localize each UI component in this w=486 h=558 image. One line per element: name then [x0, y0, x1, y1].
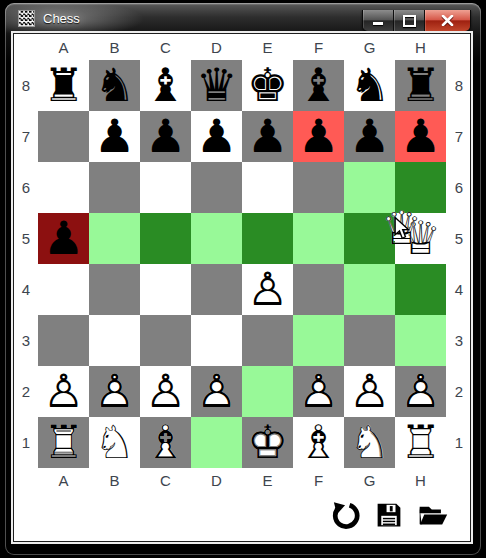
black-pawn: ♟ — [395, 111, 446, 162]
square-d1[interactable] — [191, 417, 242, 468]
file-label-B: B — [89, 34, 140, 60]
save-icon — [376, 502, 402, 528]
square-g4[interactable] — [344, 264, 395, 315]
file-label-A: A — [38, 468, 89, 492]
chessboard-icon — [18, 10, 35, 27]
rank-label-5: 5 — [14, 213, 38, 264]
black-pawn: ♟ — [38, 213, 89, 264]
square-g2[interactable]: ♟♙ — [344, 366, 395, 417]
black-pawn: ♟ — [89, 111, 140, 162]
square-a1[interactable]: ♜♖ — [38, 417, 89, 468]
app-content: ABCDEFGH 87654321 ♜♞♝♛♚♝♞♜♟♟♟♟♟♟♟♟♛♕♟♙♟♙… — [13, 33, 471, 542]
black-pawn: ♟ — [191, 111, 242, 162]
square-f4[interactable] — [293, 264, 344, 315]
undo-icon — [331, 501, 360, 530]
rank-label-1: 1 — [14, 417, 38, 468]
maximize-icon — [403, 15, 416, 27]
black-bishop: ♝ — [140, 60, 191, 111]
square-a2[interactable]: ♟♙ — [38, 366, 89, 417]
minimize-button[interactable] — [363, 10, 394, 31]
white-pawn: ♟♙ — [242, 264, 293, 315]
black-pawn: ♟ — [293, 111, 344, 162]
square-d3[interactable] — [191, 315, 242, 366]
title-bar[interactable]: Chess — [5, 3, 481, 33]
rank-label-6: 6 — [14, 162, 38, 213]
file-label-H: H — [395, 34, 446, 60]
rank-label-8: 8 — [14, 60, 38, 111]
file-label-C: C — [140, 468, 191, 492]
square-e4[interactable]: ♟♙ — [242, 264, 293, 315]
square-g8[interactable]: ♞ — [344, 60, 395, 111]
open-button[interactable] — [418, 501, 448, 529]
file-label-D: D — [191, 34, 242, 60]
mouse-cursor-icon — [394, 217, 410, 241]
rank-label-3: 3 — [14, 315, 38, 366]
square-a8[interactable]: ♜ — [38, 60, 89, 111]
white-pawn: ♟♙ — [140, 366, 191, 417]
square-f7[interactable]: ♟ — [293, 111, 344, 162]
rank-label-6: 6 — [446, 162, 472, 213]
toolbar — [14, 492, 470, 529]
white-pawn: ♟♙ — [293, 366, 344, 417]
square-h2[interactable]: ♟♙ — [395, 366, 446, 417]
close-button[interactable] — [425, 10, 470, 31]
black-rook: ♜ — [395, 60, 446, 111]
white-knight: ♞♘ — [89, 417, 140, 468]
square-d5[interactable] — [191, 213, 242, 264]
close-icon — [441, 15, 454, 26]
rank-label-7: 7 — [446, 111, 472, 162]
white-bishop: ♝♗ — [140, 417, 191, 468]
square-f2[interactable]: ♟♙ — [293, 366, 344, 417]
undo-button[interactable] — [330, 501, 360, 529]
square-d6[interactable] — [191, 162, 242, 213]
square-g1[interactable]: ♞♘ — [344, 417, 395, 468]
file-label-F: F — [293, 34, 344, 60]
square-h8[interactable]: ♜ — [395, 60, 446, 111]
square-e8[interactable]: ♚ — [242, 60, 293, 111]
minimize-icon — [373, 22, 383, 25]
square-b6[interactable] — [89, 162, 140, 213]
file-label-C: C — [140, 34, 191, 60]
rank-label-8: 8 — [446, 60, 472, 111]
file-label-H: H — [395, 468, 446, 492]
square-f1[interactable]: ♝♗ — [293, 417, 344, 468]
square-g7[interactable]: ♟ — [344, 111, 395, 162]
square-b3[interactable] — [89, 315, 140, 366]
square-d2[interactable]: ♟♙ — [191, 366, 242, 417]
black-pawn: ♟ — [242, 111, 293, 162]
rank-label-1: 1 — [446, 417, 472, 468]
rank-labels-left: 87654321 — [14, 60, 38, 468]
caption-button-group — [362, 10, 471, 32]
rank-labels-right: 87654321 — [446, 60, 472, 468]
square-f5[interactable] — [293, 213, 344, 264]
square-b1[interactable]: ♞♘ — [89, 417, 140, 468]
square-e7[interactable]: ♟ — [242, 111, 293, 162]
rank-label-4: 4 — [14, 264, 38, 315]
square-a5[interactable]: ♟ — [38, 213, 89, 264]
black-knight: ♞ — [344, 60, 395, 111]
window-title: Chess — [43, 11, 80, 26]
square-c2[interactable]: ♟♙ — [140, 366, 191, 417]
file-label-G: G — [344, 34, 395, 60]
white-pawn: ♟♙ — [395, 366, 446, 417]
file-label-B: B — [89, 468, 140, 492]
square-f3[interactable] — [293, 315, 344, 366]
file-label-D: D — [191, 468, 242, 492]
open-folder-icon — [418, 502, 448, 528]
square-c5[interactable] — [140, 213, 191, 264]
black-pawn: ♟ — [140, 111, 191, 162]
square-e2[interactable] — [242, 366, 293, 417]
square-b4[interactable] — [89, 264, 140, 315]
black-rook: ♜ — [38, 60, 89, 111]
square-d8[interactable]: ♛ — [191, 60, 242, 111]
square-f6[interactable] — [293, 162, 344, 213]
square-a3[interactable] — [38, 315, 89, 366]
square-c3[interactable] — [140, 315, 191, 366]
white-pawn: ♟♙ — [38, 366, 89, 417]
rank-label-2: 2 — [446, 366, 472, 417]
square-e5[interactable] — [242, 213, 293, 264]
rank-label-2: 2 — [14, 366, 38, 417]
square-c6[interactable] — [140, 162, 191, 213]
white-pawn: ♟♙ — [89, 366, 140, 417]
file-labels-top: ABCDEFGH — [38, 34, 446, 60]
white-king: ♚♔ — [242, 417, 293, 468]
square-a6[interactable] — [38, 162, 89, 213]
square-c4[interactable] — [140, 264, 191, 315]
square-h7[interactable]: ♟ — [395, 111, 446, 162]
white-knight: ♞♘ — [344, 417, 395, 468]
rank-label-5: 5 — [446, 213, 472, 264]
black-knight: ♞ — [89, 60, 140, 111]
rank-label-7: 7 — [14, 111, 38, 162]
square-h1[interactable]: ♜♖ — [395, 417, 446, 468]
square-h3[interactable] — [395, 315, 446, 366]
square-e3[interactable] — [242, 315, 293, 366]
white-bishop: ♝♗ — [293, 417, 344, 468]
black-pawn: ♟ — [344, 111, 395, 162]
white-pawn: ♟♙ — [191, 366, 242, 417]
file-label-F: F — [293, 468, 344, 492]
square-f8[interactable]: ♝ — [293, 60, 344, 111]
square-d4[interactable] — [191, 264, 242, 315]
black-king: ♚ — [242, 60, 293, 111]
square-c1[interactable]: ♝♗ — [140, 417, 191, 468]
white-rook: ♜♖ — [38, 417, 89, 468]
save-button[interactable] — [374, 501, 404, 529]
file-labels-bottom: ABCDEFGH — [38, 468, 446, 492]
square-a4[interactable] — [38, 264, 89, 315]
square-c8[interactable]: ♝ — [140, 60, 191, 111]
square-b7[interactable]: ♟ — [89, 111, 140, 162]
file-label-E: E — [242, 34, 293, 60]
square-g3[interactable] — [344, 315, 395, 366]
square-e6[interactable] — [242, 162, 293, 213]
rank-label-3: 3 — [446, 315, 472, 366]
square-e1[interactable]: ♚♔ — [242, 417, 293, 468]
chess-board: ♜♞♝♛♚♝♞♜♟♟♟♟♟♟♟♟♛♕♟♙♟♙♟♙♟♙♟♙♟♙♟♙♟♙♜♖♞♘♝♗… — [38, 60, 446, 468]
square-b5[interactable] — [89, 213, 140, 264]
board-frame: ABCDEFGH 87654321 ♜♞♝♛♚♝♞♜♟♟♟♟♟♟♟♟♛♕♟♙♟♙… — [14, 34, 470, 492]
square-c7[interactable]: ♟ — [140, 111, 191, 162]
file-label-G: G — [344, 468, 395, 492]
black-queen: ♛ — [191, 60, 242, 111]
square-b8[interactable]: ♞ — [89, 60, 140, 111]
file-label-A: A — [38, 34, 89, 60]
app-window: Chess ABCDEFGH 87654321 ♜♞♝♛♚♝♞♜♟♟♟♟♟♟ — [5, 3, 481, 555]
square-h4[interactable] — [395, 264, 446, 315]
maximize-button[interactable] — [394, 10, 425, 31]
rank-label-4: 4 — [446, 264, 472, 315]
black-bishop: ♝ — [293, 60, 344, 111]
square-d7[interactable]: ♟ — [191, 111, 242, 162]
white-rook: ♜♖ — [395, 417, 446, 468]
square-a7[interactable] — [38, 111, 89, 162]
white-pawn: ♟♙ — [344, 366, 395, 417]
square-b2[interactable]: ♟♙ — [89, 366, 140, 417]
file-label-E: E — [242, 468, 293, 492]
